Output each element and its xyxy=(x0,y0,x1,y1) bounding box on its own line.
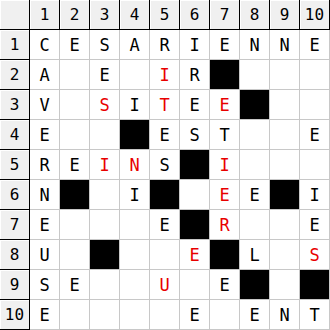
col-header-8: 8 xyxy=(240,0,270,30)
cell-r3c4[interactable]: I xyxy=(120,90,150,120)
cell-r3c5[interactable]: T xyxy=(150,90,180,120)
cell-r6c8[interactable]: E xyxy=(240,180,270,210)
cell-r7c3[interactable] xyxy=(90,210,120,240)
row-header-4: 4 xyxy=(0,120,30,150)
cell-r6c1[interactable]: N xyxy=(30,180,60,210)
cell-r7c10[interactable]: E xyxy=(300,210,330,240)
cell-r6c6[interactable] xyxy=(180,180,210,210)
cell-r1c9[interactable]: N xyxy=(270,30,300,60)
cell-r5c10[interactable] xyxy=(300,150,330,180)
cell-r8c6[interactable]: E xyxy=(180,240,210,270)
cell-r5c2[interactable]: E xyxy=(60,150,90,180)
cell-r3c9[interactable] xyxy=(270,90,300,120)
cell-r2c1[interactable]: A xyxy=(30,60,60,90)
row-header-2: 2 xyxy=(0,60,30,90)
cell-r2c4[interactable] xyxy=(120,60,150,90)
black-cell-r6c5 xyxy=(150,180,180,210)
cell-r10c6[interactable]: E xyxy=(180,300,210,330)
cell-r4c2[interactable] xyxy=(60,120,90,150)
cell-r7c2[interactable] xyxy=(60,210,90,240)
black-cell-r8c3 xyxy=(90,240,120,270)
cell-r9c7[interactable]: E xyxy=(210,270,240,300)
cell-r8c4[interactable] xyxy=(120,240,150,270)
cell-r10c7[interactable] xyxy=(210,300,240,330)
row-header-10: 10 xyxy=(0,300,30,330)
cell-r8c2[interactable] xyxy=(60,240,90,270)
row-header-6: 6 xyxy=(0,180,30,210)
black-cell-r9c10 xyxy=(300,270,330,300)
cell-r4c1[interactable]: E xyxy=(30,120,60,150)
cell-r3c1[interactable]: V xyxy=(30,90,60,120)
col-header-1: 1 xyxy=(30,0,60,30)
cell-r7c1[interactable]: E xyxy=(30,210,60,240)
cell-r1c4[interactable]: A xyxy=(120,30,150,60)
black-cell-r5c6 xyxy=(180,150,210,180)
cell-r1c1[interactable]: C xyxy=(30,30,60,60)
black-cell-r4c4 xyxy=(120,120,150,150)
cell-r8c5[interactable] xyxy=(150,240,180,270)
cell-r3c7[interactable]: E xyxy=(210,90,240,120)
row-header-5: 5 xyxy=(0,150,30,180)
cell-r8c10[interactable]: S xyxy=(300,240,330,270)
col-header-5: 5 xyxy=(150,0,180,30)
cell-r1c5[interactable]: R xyxy=(150,30,180,60)
col-header-9: 9 xyxy=(270,0,300,30)
col-header-6: 6 xyxy=(180,0,210,30)
cell-r9c6[interactable] xyxy=(180,270,210,300)
cell-r2c6[interactable]: R xyxy=(180,60,210,90)
cell-r9c1[interactable]: S xyxy=(30,270,60,300)
cell-r7c4[interactable] xyxy=(120,210,150,240)
cell-r4c3[interactable] xyxy=(90,120,120,150)
cell-r4c8[interactable] xyxy=(240,120,270,150)
cell-r2c8[interactable] xyxy=(240,60,270,90)
cell-r3c3[interactable]: S xyxy=(90,90,120,120)
black-cell-r6c2 xyxy=(60,180,90,210)
cell-r7c9[interactable] xyxy=(270,210,300,240)
row-header-1: 1 xyxy=(0,30,30,60)
cell-r4c5[interactable]: E xyxy=(150,120,180,150)
cell-r10c2[interactable] xyxy=(60,300,90,330)
cell-r10c4[interactable] xyxy=(120,300,150,330)
cell-r10c8[interactable]: E xyxy=(240,300,270,330)
cell-r8c9[interactable] xyxy=(270,240,300,270)
cell-r1c7[interactable]: E xyxy=(210,30,240,60)
black-cell-r7c6 xyxy=(180,210,210,240)
cell-r10c5[interactable] xyxy=(150,300,180,330)
cell-r2c3[interactable]: E xyxy=(90,60,120,90)
cell-r9c5[interactable]: U xyxy=(150,270,180,300)
cell-r6c10[interactable]: I xyxy=(300,180,330,210)
row-header-8: 8 xyxy=(0,240,30,270)
col-header-2: 2 xyxy=(60,0,90,30)
corner-cell xyxy=(0,0,30,30)
cell-r10c1[interactable]: E xyxy=(30,300,60,330)
cell-r3c2[interactable] xyxy=(60,90,90,120)
cell-r8c1[interactable]: U xyxy=(30,240,60,270)
cell-r5c8[interactable] xyxy=(240,150,270,180)
cell-r10c3[interactable] xyxy=(90,300,120,330)
black-cell-r6c9 xyxy=(270,180,300,210)
cell-r2c2[interactable] xyxy=(60,60,90,90)
cell-r1c3[interactable]: S xyxy=(90,30,120,60)
cell-r3c10[interactable] xyxy=(300,90,330,120)
cell-r10c10[interactable]: T xyxy=(300,300,330,330)
cell-r4c7[interactable]: T xyxy=(210,120,240,150)
cell-r3c6[interactable]: E xyxy=(180,90,210,120)
cell-r6c7[interactable]: E xyxy=(210,180,240,210)
cell-r5c5[interactable]: S xyxy=(150,150,180,180)
crossword-board: 123456789101CESARIENNE2AEIR3VSITEE4EESTE… xyxy=(0,0,330,330)
black-cell-r3c8 xyxy=(240,90,270,120)
cell-r4c9[interactable] xyxy=(270,120,300,150)
cell-r4c6[interactable]: S xyxy=(180,120,210,150)
black-cell-r2c7 xyxy=(210,60,240,90)
col-header-4: 4 xyxy=(120,0,150,30)
cell-r1c10[interactable]: E xyxy=(300,30,330,60)
row-header-3: 3 xyxy=(0,90,30,120)
black-cell-r8c7 xyxy=(210,240,240,270)
col-header-7: 7 xyxy=(210,0,240,30)
cell-r9c2[interactable]: E xyxy=(60,270,90,300)
cell-r6c3[interactable] xyxy=(90,180,120,210)
cell-r5c1[interactable]: R xyxy=(30,150,60,180)
col-header-10: 10 xyxy=(300,0,330,30)
cell-r7c7[interactable]: R xyxy=(210,210,240,240)
cell-r9c3[interactable] xyxy=(90,270,120,300)
row-header-9: 9 xyxy=(0,270,30,300)
black-cell-r9c8 xyxy=(240,270,270,300)
cell-r7c5[interactable]: E xyxy=(150,210,180,240)
cell-r2c9[interactable] xyxy=(270,60,300,90)
cell-r6c4[interactable]: I xyxy=(120,180,150,210)
cell-r9c9[interactable] xyxy=(270,270,300,300)
cell-r1c8[interactable]: N xyxy=(240,30,270,60)
cell-r9c4[interactable] xyxy=(120,270,150,300)
cell-r8c8[interactable]: L xyxy=(240,240,270,270)
cell-r5c4[interactable]: N xyxy=(120,150,150,180)
cell-r2c10[interactable] xyxy=(300,60,330,90)
row-header-7: 7 xyxy=(0,210,30,240)
col-header-3: 3 xyxy=(90,0,120,30)
cell-r4c10[interactable]: E xyxy=(300,120,330,150)
cell-r5c3[interactable]: I xyxy=(90,150,120,180)
cell-r5c9[interactable] xyxy=(270,150,300,180)
cell-r7c8[interactable] xyxy=(240,210,270,240)
cell-r10c9[interactable]: N xyxy=(270,300,300,330)
cell-r2c5[interactable]: I xyxy=(150,60,180,90)
cell-r5c7[interactable]: I xyxy=(210,150,240,180)
cell-r1c2[interactable]: E xyxy=(60,30,90,60)
cell-r1c6[interactable]: I xyxy=(180,30,210,60)
